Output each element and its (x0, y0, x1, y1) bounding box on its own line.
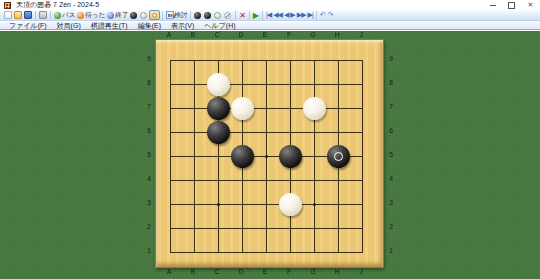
coordinate-label: E (253, 268, 277, 276)
title-bar: 天頂の囲碁 7 Zen - 2024-5 ✕ (0, 0, 540, 10)
autoplay-button[interactable]: ▶ (253, 11, 259, 20)
coordinate-label: D (229, 268, 253, 276)
go-board[interactable] (155, 39, 384, 268)
coordinate-label: 2 (144, 215, 154, 239)
toolbar-separator (162, 11, 163, 20)
analysis-label: 検討 (174, 11, 187, 20)
toolbar-separator (249, 11, 250, 20)
white-stone-D7[interactable] (231, 97, 254, 120)
undo-icon (77, 12, 84, 19)
menu-bar: ファイル(F)対局(G)棋譜再生(T)編集(E)表示(V)ヘルプ(H) (0, 22, 540, 30)
white-stone-G7[interactable] (303, 97, 326, 120)
coordinate-label: F (277, 268, 301, 276)
mark-pale-button[interactable] (214, 11, 222, 20)
close-button[interactable]: ✕ (521, 0, 540, 10)
coordinate-label: J (349, 268, 373, 276)
coordinate-label: F (277, 31, 301, 39)
mark-black2-icon (204, 12, 211, 19)
black-stone-icon (130, 12, 137, 19)
new-button[interactable] (4, 11, 12, 20)
coordinate-label: E (253, 31, 277, 39)
coordinate-label: 3 (144, 191, 154, 215)
undo-button[interactable]: 待った (77, 11, 105, 20)
nav-first-button[interactable]: |◀ (266, 11, 271, 20)
coordinate-label: 1 (144, 239, 154, 263)
toolbar: パス 待った 終了 検討 ✕ ▶ |◀ ◀◀ ◀ ▶ ▶▶ ▶| ↶ ↷ (0, 10, 540, 21)
black-stone-F5[interactable] (279, 145, 302, 168)
coordinate-label: D (229, 31, 253, 39)
mark-erase-button[interactable] (224, 11, 232, 20)
white-stone-C8[interactable] (207, 73, 230, 96)
mode-stone-icon (152, 13, 157, 18)
pass-icon (54, 12, 61, 19)
nav-back-button[interactable]: ◀ (284, 11, 288, 20)
erase-icon (224, 12, 231, 19)
new-icon (4, 11, 12, 19)
coordinate-label: 9 (386, 47, 396, 71)
app-window: 天頂の囲碁 7 Zen - 2024-5 ✕ パス 待った 終了 検討 ✕ ▶ … (0, 0, 540, 279)
mark-black2-button[interactable] (204, 11, 212, 20)
column-labels-top: ABCDEFGHJ (157, 31, 373, 39)
coordinate-label: 9 (144, 47, 154, 71)
window-controls: ✕ (483, 0, 540, 10)
coordinate-label: 5 (386, 143, 396, 167)
coordinate-label: 7 (144, 95, 154, 119)
coordinate-label: 6 (144, 119, 154, 143)
coordinate-label: H (325, 268, 349, 276)
coordinate-label: A (157, 31, 181, 39)
analysis-button[interactable]: 検討 (166, 11, 187, 20)
mark-black-button[interactable] (194, 11, 202, 20)
coordinate-label: G (301, 268, 325, 276)
row-labels-left: 987654321 (144, 47, 154, 263)
coordinate-label: G (301, 31, 325, 39)
toolbar-separator (235, 11, 236, 20)
black-turn-button[interactable] (130, 11, 138, 20)
menu-item[interactable]: 編集(E) (133, 21, 166, 31)
coordinate-label: J (349, 31, 373, 39)
mark-black-icon (194, 12, 201, 19)
analysis-chart-icon (166, 11, 174, 19)
rotate-right-button[interactable]: ↷ (328, 11, 334, 20)
undo-label: 待った (85, 11, 105, 20)
coordinate-label: C (205, 31, 229, 39)
stone-grid (158, 48, 374, 264)
white-stone-F3[interactable] (279, 193, 302, 216)
coordinate-label: 4 (144, 167, 154, 191)
menu-item[interactable]: ヘルプ(H) (199, 21, 240, 31)
coordinate-label: B (181, 31, 205, 39)
white-stone-icon (140, 12, 147, 19)
delete-button[interactable]: ✕ (239, 11, 246, 20)
menu-item[interactable]: 対局(G) (52, 21, 86, 31)
column-labels-bottom: ABCDEFGHJ (157, 268, 373, 276)
nav-fastforward-button[interactable]: ▶▶ (297, 11, 306, 20)
menu-item[interactable]: 棋譜再生(T) (86, 21, 133, 31)
printer-icon (39, 11, 47, 19)
maximize-button[interactable] (502, 0, 521, 10)
row-labels-right: 987654321 (386, 47, 396, 263)
last-move-marker (334, 152, 343, 161)
coordinate-label: H (325, 31, 349, 39)
nav-forward-button[interactable]: ▶ (290, 11, 294, 20)
white-turn-button[interactable] (140, 11, 148, 20)
toolbar-separator (190, 11, 191, 20)
minimize-button[interactable] (483, 0, 502, 10)
toolbar-separator (35, 11, 36, 20)
coordinate-label: 8 (144, 71, 154, 95)
nav-fastback-button[interactable]: ◀◀ (273, 11, 282, 20)
coordinate-label: A (157, 268, 181, 276)
toolbar-separator (316, 11, 317, 20)
end-icon (107, 12, 114, 19)
menu-item[interactable]: 表示(V) (166, 21, 199, 31)
coordinate-label: 8 (386, 71, 396, 95)
board-background: ABCDEFGHJ ABCDEFGHJ 987654321 987654321 (0, 31, 540, 279)
end-label: 終了 (115, 11, 128, 20)
menu-item[interactable]: ファイル(F) (4, 21, 52, 31)
black-stone-D5[interactable] (231, 145, 254, 168)
mark-pale-icon (214, 12, 221, 19)
save-icon (24, 11, 32, 19)
toolbar-separator (50, 11, 51, 20)
coordinate-label: 2 (386, 215, 396, 239)
coordinate-label: 6 (386, 119, 396, 143)
end-button[interactable]: 終了 (107, 11, 128, 20)
app-icon (4, 2, 11, 9)
pass-label: パス (62, 11, 75, 20)
open-folder-icon (14, 11, 22, 19)
black-stone-H5[interactable] (327, 145, 350, 168)
coordinate-label: 5 (144, 143, 154, 167)
toolbar-separator (262, 11, 263, 20)
coordinate-label: 3 (386, 191, 396, 215)
save-button[interactable] (24, 11, 32, 20)
coordinate-label: 1 (386, 239, 396, 263)
rotate-left-button[interactable]: ↶ (320, 11, 326, 20)
black-stone-C7[interactable] (207, 97, 230, 120)
coordinate-label: C (205, 268, 229, 276)
black-stone-C6[interactable] (207, 121, 230, 144)
window-title: 天頂の囲碁 7 Zen - 2024-5 (16, 0, 99, 10)
nav-last-button[interactable]: ▶| (308, 11, 313, 20)
open-button[interactable] (14, 11, 22, 20)
coordinate-label: 4 (386, 167, 396, 191)
pass-button[interactable]: パス (54, 11, 75, 20)
coordinate-label: 7 (386, 95, 396, 119)
coordinate-label: B (181, 268, 205, 276)
mode-toggle-button[interactable] (149, 10, 160, 20)
print-button[interactable] (39, 11, 47, 20)
